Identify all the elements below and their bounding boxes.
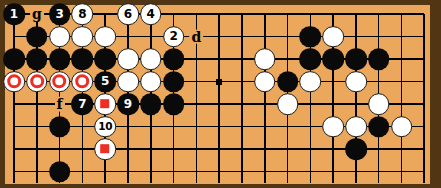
white-stone [94,26,116,48]
white-stone [140,71,162,93]
intersection-15-1 [345,25,368,48]
white-stone [117,71,139,93]
black-stone [163,71,185,93]
intersection-0-1 [3,25,26,48]
intersection-4-4 [94,93,117,116]
circle-mark [75,75,89,89]
intersection-16-3 [367,70,390,93]
intersection-5-4: 9 [117,93,140,116]
intersection-9-6 [208,138,231,161]
intersection-2-5 [48,115,71,138]
intersection-8-6 [185,138,208,161]
white-stone-move-4: 4 [140,3,162,25]
intersection-7-6 [162,138,185,161]
intersection-13-0 [299,3,322,26]
intersection-2-0: 3 [48,3,71,26]
intersection-5-2 [117,48,140,71]
intersection-10-3 [231,70,254,93]
intersection-14-0 [322,3,345,26]
white-stone-move-6: 6 [117,3,139,25]
white-stone [117,48,139,70]
intersection-3-3 [71,70,94,93]
white-stone [94,138,116,160]
white-stone-move-2: 2 [163,26,185,48]
intersection-1-7 [25,160,48,183]
intersection-9-5 [208,115,231,138]
intersection-8-1: d [185,25,208,48]
intersection-11-2 [253,48,276,71]
intersection-6-1 [139,25,162,48]
intersection-2-6 [48,138,71,161]
white-stone [3,71,25,93]
intersection-10-1 [231,25,254,48]
intersection-12-7 [276,160,299,183]
intersection-3-7 [71,160,94,183]
board-edge-shadow-left [0,0,5,188]
intersection-0-5 [3,115,26,138]
intersection-3-2 [71,48,94,71]
intersection-16-0 [367,3,390,26]
intersection-13-3 [299,70,322,93]
intersection-11-5 [253,115,276,138]
white-stone [322,116,344,138]
intersection-17-7 [390,160,413,183]
intersection-17-0 [390,3,413,26]
intersection-14-2 [322,48,345,71]
black-stone [345,138,367,160]
intersection-2-4: f [48,93,71,116]
intersection-6-0: 4 [139,3,162,26]
intersection-10-6 [231,138,254,161]
intersection-17-6 [390,138,413,161]
black-stone [140,93,162,115]
intersection-11-3 [253,70,276,93]
intersection-15-6 [345,138,368,161]
intersection-14-5 [322,115,345,138]
intersection-6-6 [139,138,162,161]
intersection-9-7 [208,160,231,183]
white-stone [94,93,116,115]
intersection-17-4 [390,93,413,116]
intersection-10-4 [231,93,254,116]
intersection-4-6 [94,138,117,161]
intersection-17-2 [390,48,413,71]
intersection-5-6 [117,138,140,161]
intersection-0-6 [3,138,26,161]
intersection-16-6 [367,138,390,161]
black-stone-move-7: 7 [72,93,94,115]
intersection-12-2 [276,48,299,71]
intersection-15-2 [345,48,368,71]
black-stone [163,48,185,70]
intersection-4-5: 10 [94,115,117,138]
intersection-11-4 [253,93,276,116]
intersection-1-0: g [25,3,48,26]
black-stone [368,116,390,138]
white-stone [49,26,71,48]
white-stone [49,71,71,93]
intersection-16-1 [367,25,390,48]
intersection-3-4: 7 [71,93,94,116]
go-diagram: 1g38642d5f7910 [0,0,441,188]
intersection-17-3 [390,70,413,93]
black-stone [277,71,299,93]
intersection-5-5 [117,115,140,138]
black-stone [72,48,94,70]
intersection-4-7 [94,160,117,183]
black-stone-move-9: 9 [117,93,139,115]
black-stone [3,48,25,70]
intersection-8-3 [185,70,208,93]
intersection-1-3 [25,70,48,93]
intersection-15-7 [345,160,368,183]
black-stone [94,48,116,70]
intersection-9-4 [208,93,231,116]
white-stone [300,71,322,93]
intersection-5-1 [117,25,140,48]
white-stone [26,71,48,93]
intersection-14-4 [322,93,345,116]
black-stone [49,116,71,138]
intersection-7-3 [162,70,185,93]
intersection-10-2 [231,48,254,71]
black-stone [49,48,71,70]
intersection-12-4 [276,93,299,116]
white-stone [368,93,390,115]
intersection-8-2 [185,48,208,71]
black-stone [49,161,71,183]
intersection-14-1 [322,25,345,48]
intersection-11-6 [253,138,276,161]
intersection-4-2 [94,48,117,71]
intersection-12-0 [276,3,299,26]
intersection-1-4 [25,93,48,116]
intersection-11-1 [253,25,276,48]
intersection-10-5 [231,115,254,138]
intersection-15-3 [345,70,368,93]
intersection-6-5 [139,115,162,138]
white-stone [277,93,299,115]
intersection-5-3 [117,70,140,93]
intersection-8-7 [185,160,208,183]
intersection-12-6 [276,138,299,161]
white-stone [72,71,94,93]
intersection-13-2 [299,48,322,71]
intersection-0-7 [3,160,26,183]
circle-mark [53,75,67,89]
intersection-0-2 [3,48,26,71]
point-label-f: f [55,97,65,112]
intersection-12-3 [276,70,299,93]
intersection-2-7 [48,160,71,183]
black-stone [26,26,48,48]
intersection-2-1 [48,25,71,48]
intersection-13-1 [299,25,322,48]
intersection-5-7 [117,160,140,183]
intersection-10-0 [231,3,254,26]
intersection-15-0 [345,3,368,26]
intersection-0-0: 1 [3,3,26,26]
white-stone [254,71,276,93]
intersection-2-2 [48,48,71,71]
intersection-0-3 [3,70,26,93]
go-board-grid: 1g38642d5f7910 [3,3,436,183]
black-stone-move-5: 5 [94,71,116,93]
square-mark [101,145,110,154]
black-stone [368,48,390,70]
intersection-2-3 [48,70,71,93]
star-point [216,79,222,85]
intersection-8-0 [185,3,208,26]
intersection-9-3 [208,70,231,93]
white-stone [140,48,162,70]
intersection-7-7 [162,160,185,183]
intersection-7-0 [162,3,185,26]
intersection-6-4 [139,93,162,116]
intersection-7-2 [162,48,185,71]
white-stone-move-8: 8 [72,3,94,25]
circle-mark [7,75,21,89]
intersection-13-5 [299,115,322,138]
intersection-17-5 [390,115,413,138]
white-stone [322,26,344,48]
intersection-14-6 [322,138,345,161]
intersection-6-3 [139,70,162,93]
square-mark [101,100,110,109]
intersection-5-0: 6 [117,3,140,26]
intersection-13-7 [299,160,322,183]
intersection-16-5 [367,115,390,138]
black-stone [300,26,322,48]
intersection-11-0 [253,3,276,26]
intersection-1-6 [25,138,48,161]
intersection-4-0 [94,3,117,26]
intersection-10-7 [231,160,254,183]
intersection-8-5 [185,115,208,138]
intersection-1-1 [25,25,48,48]
board-edge-shadow-bottom [0,184,441,188]
intersection-6-2 [139,48,162,71]
white-stone-move-10: 10 [94,116,116,138]
white-stone [72,26,94,48]
intersection-9-1 [208,25,231,48]
intersection-13-4 [299,93,322,116]
intersection-3-6 [71,138,94,161]
intersection-1-2 [25,48,48,71]
intersection-15-5 [345,115,368,138]
intersection-1-5 [25,115,48,138]
intersection-12-5 [276,115,299,138]
white-stone [391,116,413,138]
black-stone [322,48,344,70]
intersection-12-1 [276,25,299,48]
intersection-11-7 [253,160,276,183]
white-stone [345,116,367,138]
intersection-7-4 [162,93,185,116]
intersection-16-7 [367,160,390,183]
intersection-7-1: 2 [162,25,185,48]
intersection-14-3 [322,70,345,93]
intersection-4-1 [94,25,117,48]
intersection-15-4 [345,93,368,116]
black-stone [26,48,48,70]
point-label-d: d [189,29,203,44]
intersection-14-7 [322,160,345,183]
white-stone [345,71,367,93]
intersection-4-3: 5 [94,70,117,93]
intersection-9-0 [208,3,231,26]
intersection-0-4 [3,93,26,116]
intersection-8-4 [185,93,208,116]
black-stone [345,48,367,70]
black-stone [163,93,185,115]
intersection-16-2 [367,48,390,71]
intersection-9-2 [208,48,231,71]
point-label-g: g [30,7,44,22]
intersection-7-5 [162,115,185,138]
black-stone-move-3: 3 [49,3,71,25]
circle-mark [30,75,44,89]
black-stone [300,48,322,70]
intersection-17-1 [390,25,413,48]
intersection-16-4 [367,93,390,116]
intersection-13-6 [299,138,322,161]
intersection-6-7 [139,160,162,183]
intersection-3-1 [71,25,94,48]
board-edge-shadow-right [430,0,441,188]
intersection-3-0: 8 [71,3,94,26]
white-stone [254,48,276,70]
black-stone-move-1: 1 [3,3,25,25]
intersection-3-5 [71,115,94,138]
